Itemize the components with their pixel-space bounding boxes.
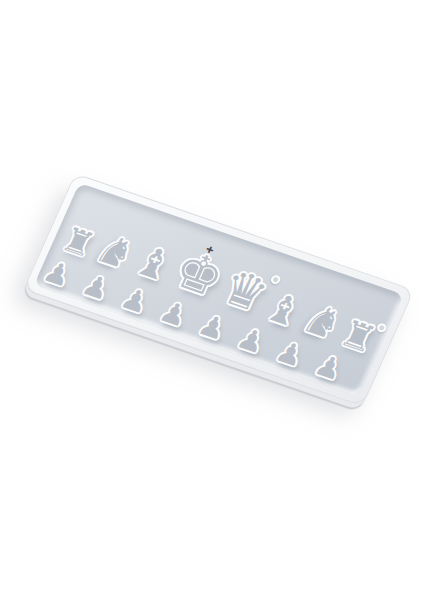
cavity-pawn: ♟ xyxy=(194,311,230,345)
cavity-pawn: ♟ xyxy=(117,285,153,319)
pawn-cavity-glyph: ♟ xyxy=(194,311,230,345)
cavity-pawn: ♟ xyxy=(78,271,114,305)
pawn-cavity-glyph: ♟ xyxy=(272,338,308,372)
pawn-cavity-glyph: ♟ xyxy=(39,258,75,292)
pawn-cavity-glyph: ♟ xyxy=(233,325,269,359)
cavity-pawn: ♟ xyxy=(310,351,346,385)
cavity-pawn: ♟ xyxy=(233,325,269,359)
mold-recess: ♜♞♝♚✚♛♝♞♜ ♟♟♟♟♟♟♟♟ xyxy=(34,183,404,396)
pawn-cavity-glyph: ♟ xyxy=(78,271,114,305)
pawn-cavity-glyph: ♟ xyxy=(155,298,191,332)
product-photo: ♜♞♝♚✚♛♝♞♜ ♟♟♟♟♟♟♟♟ xyxy=(0,0,424,600)
cavity-pawn: ♟ xyxy=(272,338,308,372)
silicone-mold-tray: ♜♞♝♚✚♛♝♞♜ ♟♟♟♟♟♟♟♟ xyxy=(23,173,414,406)
cavity-pawn: ♟ xyxy=(155,298,191,332)
pawn-cavity-glyph: ♟ xyxy=(310,351,346,385)
pawn-cavity-glyph: ♟ xyxy=(117,285,153,319)
cavity-pawn: ♟ xyxy=(39,258,75,292)
